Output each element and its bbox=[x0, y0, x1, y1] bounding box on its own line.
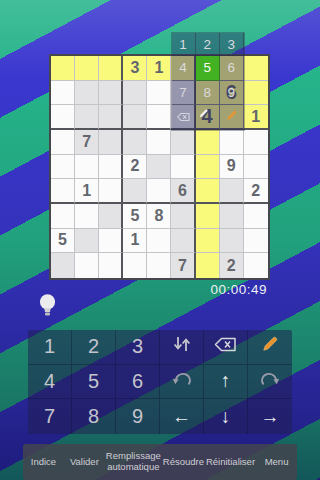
arrow-down-glyph: ↓ bbox=[221, 406, 231, 428]
undo-icon bbox=[172, 370, 192, 393]
cell-r4c5[interactable] bbox=[147, 130, 171, 155]
cell-r2c2[interactable] bbox=[75, 81, 99, 106]
cell-r4c7[interactable] bbox=[196, 130, 220, 155]
number-picker-popup: 123456789 bbox=[172, 33, 244, 130]
toolbar-valider[interactable]: Valider bbox=[64, 457, 105, 468]
key-pencil-icon[interactable] bbox=[248, 330, 292, 365]
cell-r9c3[interactable] bbox=[99, 253, 123, 278]
popup-digit-7[interactable]: 7 bbox=[172, 81, 196, 106]
popup-pencil-orange-icon[interactable] bbox=[220, 105, 244, 130]
cell-r2c4[interactable] bbox=[123, 81, 147, 106]
key-6[interactable]: 6 bbox=[116, 365, 160, 400]
cell-r6c1[interactable] bbox=[51, 179, 75, 204]
popup-erase-icon[interactable] bbox=[172, 105, 196, 130]
toolbar-remplissage-automatique[interactable]: Remplissage automatique bbox=[105, 451, 162, 472]
cell-r8c5[interactable] bbox=[147, 229, 171, 254]
hint-bulb-icon[interactable] bbox=[39, 293, 56, 322]
popup-digit-1[interactable]: 1 bbox=[172, 33, 196, 56]
key-updown-icon[interactable] bbox=[160, 330, 204, 365]
cell-r5c5[interactable] bbox=[147, 155, 171, 180]
arrow-right-glyph: → bbox=[261, 406, 280, 428]
cell-r8c3[interactable] bbox=[99, 229, 123, 254]
cell-r1c9[interactable] bbox=[244, 56, 268, 81]
cell-r5c2[interactable] bbox=[75, 155, 99, 180]
popup-digit-8[interactable]: 8 bbox=[196, 81, 220, 106]
key-1[interactable]: 1 bbox=[28, 330, 72, 365]
cell-r3c2[interactable] bbox=[75, 105, 99, 130]
popup-digit-4[interactable]: 4 bbox=[172, 56, 196, 81]
key-undo-icon[interactable] bbox=[160, 365, 204, 400]
cell-r8c9[interactable] bbox=[244, 229, 268, 254]
cell-r5c9[interactable] bbox=[244, 155, 268, 180]
cell-r3c3[interactable] bbox=[99, 105, 123, 130]
cell-r5c1[interactable] bbox=[51, 155, 75, 180]
cell-r2c3[interactable] bbox=[99, 81, 123, 106]
toolbar-indice[interactable]: Indice bbox=[23, 457, 64, 468]
arrow-right[interactable]: → bbox=[248, 399, 292, 434]
key-7[interactable]: 7 bbox=[28, 399, 72, 434]
cell-r5c7[interactable] bbox=[196, 155, 220, 180]
pencil-icon bbox=[261, 335, 279, 358]
key-9[interactable]: 9 bbox=[116, 399, 160, 434]
cell-r7c3[interactable] bbox=[99, 204, 123, 229]
cell-r6c9[interactable]: 2 bbox=[244, 179, 268, 204]
key-2[interactable]: 2 bbox=[72, 330, 116, 365]
cell-r4c6[interactable] bbox=[171, 130, 195, 155]
popup-digit-9[interactable]: 9 bbox=[220, 81, 244, 106]
cell-r6c8[interactable] bbox=[220, 179, 244, 204]
cell-r2c5[interactable] bbox=[147, 81, 171, 106]
cell-r6c5[interactable] bbox=[147, 179, 171, 204]
cell-r8c6[interactable] bbox=[171, 229, 195, 254]
arrow-up[interactable]: ↑ bbox=[204, 365, 248, 400]
redo-icon bbox=[260, 370, 280, 393]
cell-r7c1[interactable] bbox=[51, 204, 75, 229]
cell-r3c1[interactable] bbox=[51, 105, 75, 130]
cell-r1c2[interactable] bbox=[75, 56, 99, 81]
cell-r5c3[interactable] bbox=[99, 155, 123, 180]
cell-r8c1[interactable]: 5 bbox=[51, 229, 75, 254]
cell-r8c2[interactable] bbox=[75, 229, 99, 254]
key-redo-icon[interactable] bbox=[248, 365, 292, 400]
cell-r4c3[interactable] bbox=[99, 130, 123, 155]
cell-r9c2[interactable] bbox=[75, 253, 99, 278]
cell-r5c8[interactable]: 9 bbox=[220, 155, 244, 180]
key-backspace-icon[interactable] bbox=[204, 330, 248, 365]
cell-r6c6[interactable]: 6 bbox=[171, 179, 195, 204]
toolbar-menu[interactable]: Menu bbox=[256, 457, 297, 468]
toolbar-r-initialiser[interactable]: Réinitialiser bbox=[205, 457, 256, 468]
cell-r6c3[interactable] bbox=[99, 179, 123, 204]
updown-icon bbox=[171, 335, 193, 358]
popup-digit-5[interactable]: 5 bbox=[196, 56, 220, 81]
cell-r1c1[interactable] bbox=[51, 56, 75, 81]
cell-r9c1[interactable] bbox=[51, 253, 75, 278]
cell-r9c7[interactable] bbox=[196, 253, 220, 278]
cell-r4c2[interactable]: 7 bbox=[75, 130, 99, 155]
cell-r9c6[interactable]: 7 bbox=[171, 253, 195, 278]
cell-r4c1[interactable] bbox=[51, 130, 75, 155]
cell-r4c8[interactable] bbox=[220, 130, 244, 155]
cell-r3c5[interactable] bbox=[147, 105, 171, 130]
cell-r5c6[interactable] bbox=[171, 155, 195, 180]
cell-r3c4[interactable] bbox=[123, 105, 147, 130]
key-4[interactable]: 4 bbox=[28, 365, 72, 400]
popup-digit-2[interactable]: 2 bbox=[196, 33, 220, 56]
pencil-orange-icon bbox=[225, 109, 238, 125]
key-8[interactable]: 8 bbox=[72, 399, 116, 434]
cell-r7c9[interactable] bbox=[244, 204, 268, 229]
keypad: 123456↑789←↓→ bbox=[28, 330, 292, 434]
arrow-down[interactable]: ↓ bbox=[204, 399, 248, 434]
cell-r4c4[interactable] bbox=[123, 130, 147, 155]
arrow-left[interactable]: ← bbox=[160, 399, 204, 434]
cell-r2c9[interactable] bbox=[244, 81, 268, 106]
cell-r7c4[interactable]: 5 bbox=[123, 204, 147, 229]
popup-pencil-white-icon[interactable] bbox=[196, 105, 220, 130]
pencil-white-icon bbox=[198, 107, 209, 122]
cell-r9c9[interactable] bbox=[244, 253, 268, 278]
cell-r7c7[interactable] bbox=[196, 204, 220, 229]
cell-r4c9[interactable] bbox=[244, 130, 268, 155]
arrow-left-glyph: ← bbox=[172, 406, 191, 428]
cell-r6c4[interactable] bbox=[123, 179, 147, 204]
cell-r1c4[interactable]: 3 bbox=[123, 56, 147, 81]
cell-r1c3[interactable] bbox=[99, 56, 123, 81]
toolbar-r-soudre[interactable]: Résoudre bbox=[162, 457, 205, 468]
cell-r7c8[interactable] bbox=[220, 204, 244, 229]
cell-r9c5[interactable] bbox=[147, 253, 171, 278]
cell-r5c4[interactable]: 2 bbox=[123, 155, 147, 180]
arrow-up-glyph: ↑ bbox=[221, 370, 231, 392]
popup-digit-3[interactable]: 3 bbox=[220, 33, 244, 56]
cell-r8c7[interactable] bbox=[196, 229, 220, 254]
cell-r8c4[interactable]: 1 bbox=[123, 229, 147, 254]
cell-r7c5[interactable]: 8 bbox=[147, 204, 171, 229]
key-5[interactable]: 5 bbox=[72, 365, 116, 400]
cell-r7c6[interactable] bbox=[171, 204, 195, 229]
cell-r8c8[interactable] bbox=[220, 229, 244, 254]
cell-r6c7[interactable] bbox=[196, 179, 220, 204]
cell-r6c2[interactable]: 1 bbox=[75, 179, 99, 204]
cell-r1c5[interactable]: 1 bbox=[147, 56, 171, 81]
key-3[interactable]: 3 bbox=[116, 330, 160, 365]
cell-r9c4[interactable] bbox=[123, 253, 147, 278]
erase-icon bbox=[176, 110, 191, 125]
game-timer: 00:00:49 bbox=[210, 282, 267, 297]
cell-r9c8[interactable]: 2 bbox=[220, 253, 244, 278]
popup-digit-6[interactable]: 6 bbox=[220, 56, 244, 81]
bottom-toolbar: IndiceValiderRemplissage automatiqueRéso… bbox=[23, 444, 297, 480]
cell-r3c9[interactable]: 1 bbox=[244, 105, 268, 130]
backspace-icon bbox=[213, 335, 238, 358]
cell-r7c2[interactable] bbox=[75, 204, 99, 229]
cell-r2c1[interactable] bbox=[51, 81, 75, 106]
